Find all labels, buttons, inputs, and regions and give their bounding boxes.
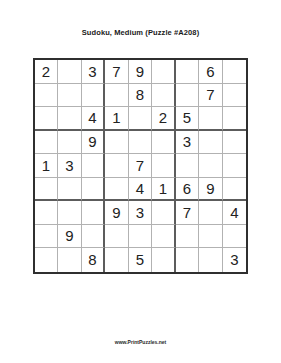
sudoku-cell-r6c9[interactable] (223, 178, 247, 202)
sudoku-cell-r4c9[interactable] (223, 131, 247, 155)
sudoku-cell-r5c1[interactable]: 1 (35, 154, 59, 178)
sudoku-cell-r4c1[interactable] (35, 131, 59, 155)
sudoku-board: 2379687412593137416993749853 (33, 58, 249, 274)
sudoku-cell-r6c1[interactable] (35, 178, 59, 202)
sudoku-cell-r5c8[interactable] (199, 154, 223, 178)
sudoku-cell-r1c2[interactable] (58, 60, 82, 84)
sudoku-cell-r6c3[interactable] (82, 178, 106, 202)
sudoku-cell-r2c3[interactable] (82, 84, 106, 108)
sudoku-cell-r9c4[interactable] (105, 248, 129, 272)
sudoku-cell-r5c7[interactable] (176, 154, 200, 178)
sudoku-cell-r8c7[interactable] (176, 225, 200, 249)
sudoku-cell-r6c4[interactable] (105, 178, 129, 202)
sudoku-cell-r6c2[interactable] (58, 178, 82, 202)
sudoku-cell-r8c5[interactable] (129, 225, 153, 249)
sudoku-cell-r8c3[interactable] (82, 225, 106, 249)
sudoku-cell-r4c3[interactable]: 9 (82, 131, 106, 155)
sudoku-cell-r2c1[interactable] (35, 84, 59, 108)
sudoku-cell-r7c6[interactable] (152, 201, 176, 225)
sudoku-cell-r2c9[interactable] (223, 84, 247, 108)
sudoku-cell-r2c8[interactable]: 7 (199, 84, 223, 108)
sudoku-cell-r7c2[interactable] (58, 201, 82, 225)
sudoku-cell-r7c8[interactable] (199, 201, 223, 225)
sudoku-cell-r9c6[interactable] (152, 248, 176, 272)
sudoku-cell-r2c6[interactable] (152, 84, 176, 108)
sudoku-cell-r7c3[interactable] (82, 201, 106, 225)
sudoku-cell-r4c2[interactable] (58, 131, 82, 155)
sudoku-cell-r5c2[interactable]: 3 (58, 154, 82, 178)
sudoku-cell-r4c6[interactable] (152, 131, 176, 155)
sudoku-cell-r5c3[interactable] (82, 154, 106, 178)
sudoku-cell-r7c5[interactable]: 3 (129, 201, 153, 225)
footer-url: www.PrintPuzzles.net (0, 339, 281, 345)
sudoku-cell-r1c6[interactable] (152, 60, 176, 84)
sudoku-cell-r8c8[interactable] (199, 225, 223, 249)
sudoku-cell-r6c5[interactable]: 4 (129, 178, 153, 202)
sudoku-cell-r3c8[interactable] (199, 107, 223, 131)
sudoku-cell-r9c3[interactable]: 8 (82, 248, 106, 272)
puzzle-page: Sudoku, Medium (Puzzle #A208) 2379687412… (0, 0, 281, 363)
sudoku-cell-r3c5[interactable] (129, 107, 153, 131)
sudoku-cell-r8c1[interactable] (35, 225, 59, 249)
sudoku-cell-r3c3[interactable]: 4 (82, 107, 106, 131)
sudoku-cell-r1c8[interactable]: 6 (199, 60, 223, 84)
sudoku-cell-r3c1[interactable] (35, 107, 59, 131)
puzzle-title: Sudoku, Medium (Puzzle #A208) (0, 0, 281, 37)
sudoku-cell-r7c1[interactable] (35, 201, 59, 225)
sudoku-cell-r2c7[interactable] (176, 84, 200, 108)
sudoku-cell-r3c2[interactable] (58, 107, 82, 131)
sudoku-cell-r3c6[interactable]: 2 (152, 107, 176, 131)
sudoku-cell-r9c5[interactable]: 5 (129, 248, 153, 272)
sudoku-cell-r6c6[interactable]: 1 (152, 178, 176, 202)
sudoku-cell-r9c9[interactable]: 3 (223, 248, 247, 272)
sudoku-cell-r7c4[interactable]: 9 (105, 201, 129, 225)
sudoku-cell-r5c5[interactable]: 7 (129, 154, 153, 178)
sudoku-cell-r2c5[interactable]: 8 (129, 84, 153, 108)
sudoku-cell-r9c1[interactable] (35, 248, 59, 272)
sudoku-cell-r3c4[interactable]: 1 (105, 107, 129, 131)
sudoku-cell-r9c8[interactable] (199, 248, 223, 272)
sudoku-cell-r4c5[interactable] (129, 131, 153, 155)
sudoku-cell-r7c7[interactable]: 7 (176, 201, 200, 225)
sudoku-cell-r8c2[interactable]: 9 (58, 225, 82, 249)
sudoku-cell-r4c4[interactable] (105, 131, 129, 155)
sudoku-cell-r9c7[interactable] (176, 248, 200, 272)
sudoku-cell-r5c9[interactable] (223, 154, 247, 178)
sudoku-cell-r4c8[interactable] (199, 131, 223, 155)
sudoku-cell-r9c2[interactable] (58, 248, 82, 272)
sudoku-cell-r5c4[interactable] (105, 154, 129, 178)
sudoku-cell-r2c4[interactable] (105, 84, 129, 108)
sudoku-cell-r4c7[interactable]: 3 (176, 131, 200, 155)
sudoku-cell-r6c7[interactable]: 6 (176, 178, 200, 202)
sudoku-cell-r1c7[interactable] (176, 60, 200, 84)
sudoku-cell-r8c6[interactable] (152, 225, 176, 249)
sudoku-cell-r8c4[interactable] (105, 225, 129, 249)
sudoku-cell-r3c7[interactable]: 5 (176, 107, 200, 131)
sudoku-cell-r8c9[interactable] (223, 225, 247, 249)
sudoku-cell-r6c8[interactable]: 9 (199, 178, 223, 202)
sudoku-cell-r1c4[interactable]: 7 (105, 60, 129, 84)
sudoku-cell-r1c1[interactable]: 2 (35, 60, 59, 84)
sudoku-cell-r1c5[interactable]: 9 (129, 60, 153, 84)
sudoku-cell-r5c6[interactable] (152, 154, 176, 178)
sudoku-cell-r7c9[interactable]: 4 (223, 201, 247, 225)
sudoku-cell-r1c9[interactable] (223, 60, 247, 84)
sudoku-cell-r2c2[interactable] (58, 84, 82, 108)
sudoku-cell-r3c9[interactable] (223, 107, 247, 131)
sudoku-cell-r1c3[interactable]: 3 (82, 60, 106, 84)
